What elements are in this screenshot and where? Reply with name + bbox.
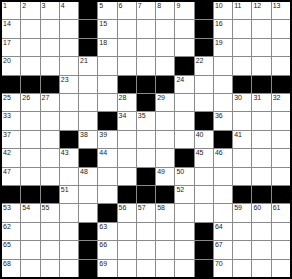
white-cell-r6c4[interactable]	[60, 94, 78, 111]
clue-number-10: 10	[215, 2, 223, 10]
white-cell-r3c3[interactable]	[41, 39, 59, 56]
white-cell-r13c1[interactable]: 62	[2, 223, 20, 240]
white-cell-r7c9[interactable]	[156, 112, 174, 129]
white-cell-r9c12[interactable]: 46	[214, 149, 232, 166]
white-cell-r14c9[interactable]	[156, 241, 174, 258]
white-cell-r4c6[interactable]	[98, 57, 116, 74]
white-cell-r6c5[interactable]	[79, 94, 97, 111]
white-cell-r14c15[interactable]	[272, 241, 290, 258]
clue-number-16: 16	[215, 20, 223, 28]
black-cell-r11c1	[2, 186, 20, 203]
white-cell-r1c8[interactable]: 7	[137, 2, 155, 19]
white-cell-r8c8[interactable]	[137, 131, 155, 148]
white-cell-r15c1[interactable]: 68	[2, 260, 20, 277]
white-cell-r10c7[interactable]	[118, 168, 136, 185]
white-cell-r10c1[interactable]: 47	[2, 168, 20, 185]
white-cell-r2c7[interactable]	[118, 20, 136, 37]
black-cell-r15c5	[79, 260, 97, 277]
clue-number-46: 46	[215, 149, 223, 157]
clue-number-17: 17	[3, 39, 11, 47]
white-cell-r2c1[interactable]: 14	[2, 20, 20, 37]
clue-number-49: 49	[157, 168, 165, 176]
white-cell-r2c8[interactable]	[137, 20, 155, 37]
white-cell-r9c6[interactable]: 44	[98, 149, 116, 166]
white-cell-r8c11[interactable]: 40	[195, 131, 213, 148]
clue-number-67: 67	[215, 241, 223, 249]
clue-number-69: 69	[99, 260, 107, 268]
clue-number-6: 6	[119, 2, 123, 10]
clue-number-50: 50	[176, 168, 184, 176]
white-cell-r2c6[interactable]: 15	[98, 20, 116, 37]
white-cell-r1c7[interactable]: 6	[118, 2, 136, 19]
white-cell-r9c7[interactable]	[118, 149, 136, 166]
white-cell-r5c6[interactable]	[98, 76, 116, 93]
clue-number-66: 66	[99, 241, 107, 249]
white-cell-r8c10[interactable]	[175, 131, 193, 148]
clue-number-29: 29	[157, 94, 165, 102]
white-cell-r9c3[interactable]	[41, 149, 59, 166]
black-cell-r6c8	[137, 94, 155, 111]
white-cell-r4c2[interactable]	[21, 57, 39, 74]
white-cell-r7c1[interactable]: 33	[2, 112, 20, 129]
clue-number-4: 4	[61, 2, 65, 10]
clue-number-9: 9	[176, 2, 180, 10]
white-cell-r14c4[interactable]	[60, 241, 78, 258]
white-cell-r12c2[interactable]: 54	[21, 204, 39, 221]
white-cell-r8c1[interactable]: 37	[2, 131, 20, 148]
white-cell-r3c15[interactable]	[272, 39, 290, 56]
white-cell-r2c13[interactable]	[233, 20, 251, 37]
white-cell-r14c13[interactable]	[233, 241, 251, 258]
white-cell-r14c3[interactable]	[41, 241, 59, 258]
white-cell-r3c9[interactable]	[156, 39, 174, 56]
clue-number-60: 60	[253, 204, 261, 212]
white-cell-r11c11[interactable]	[195, 186, 213, 203]
white-cell-r6c14[interactable]: 31	[252, 94, 270, 111]
black-cell-r11c13	[233, 186, 251, 203]
white-cell-r9c2[interactable]	[21, 149, 39, 166]
clue-number-57: 57	[138, 204, 146, 212]
black-cell-r5c2	[21, 76, 39, 93]
white-cell-r10c9[interactable]: 49	[156, 168, 174, 185]
clue-number-19: 19	[215, 39, 223, 47]
white-cell-r10c11[interactable]	[195, 168, 213, 185]
white-cell-r9c15[interactable]	[272, 149, 290, 166]
clue-number-8: 8	[157, 2, 161, 10]
clue-number-53: 53	[3, 204, 11, 212]
white-cell-r4c7[interactable]	[118, 57, 136, 74]
white-cell-r12c3[interactable]: 55	[41, 204, 59, 221]
white-cell-r4c5[interactable]: 21	[79, 57, 97, 74]
white-cell-r12c1[interactable]: 53	[2, 204, 20, 221]
white-cell-r14c14[interactable]	[252, 241, 270, 258]
black-cell-r11c8	[137, 186, 155, 203]
white-cell-r10c5[interactable]: 48	[79, 168, 97, 185]
white-cell-r5c4[interactable]: 23	[60, 76, 78, 93]
white-cell-r12c4[interactable]	[60, 204, 78, 221]
white-cell-r15c7[interactable]	[118, 260, 136, 277]
white-cell-r9c11[interactable]: 45	[195, 149, 213, 166]
white-cell-r13c3[interactable]	[41, 223, 59, 240]
white-cell-r12c12[interactable]	[214, 204, 232, 221]
black-cell-r12c6	[98, 204, 116, 221]
black-cell-r10c8	[137, 168, 155, 185]
black-cell-r14c11	[195, 241, 213, 258]
white-cell-r6c10[interactable]	[175, 94, 193, 111]
white-cell-r4c8[interactable]	[137, 57, 155, 74]
black-cell-r15c11	[195, 260, 213, 277]
white-cell-r4c9[interactable]	[156, 57, 174, 74]
clue-number-62: 62	[3, 223, 11, 231]
white-cell-r7c15[interactable]	[272, 112, 290, 129]
white-cell-r10c13[interactable]	[233, 168, 251, 185]
black-cell-r13c11	[195, 223, 213, 240]
white-cell-r13c8[interactable]	[137, 223, 155, 240]
clue-number-52: 52	[176, 186, 184, 194]
white-cell-r10c4[interactable]	[60, 168, 78, 185]
white-cell-r3c8[interactable]	[137, 39, 155, 56]
white-cell-r11c6[interactable]	[98, 186, 116, 203]
black-cell-r13c5	[79, 223, 97, 240]
white-cell-r12c11[interactable]	[195, 204, 213, 221]
white-cell-r8c14[interactable]	[252, 131, 270, 148]
white-cell-r7c2[interactable]	[21, 112, 39, 129]
white-cell-r10c3[interactable]	[41, 168, 59, 185]
clue-number-12: 12	[253, 2, 261, 10]
white-cell-r1c6[interactable]: 5	[98, 2, 116, 19]
black-cell-r11c7	[118, 186, 136, 203]
white-cell-r8c15[interactable]	[272, 131, 290, 148]
white-cell-r14c10[interactable]	[175, 241, 193, 258]
white-cell-r12c9[interactable]: 58	[156, 204, 174, 221]
white-cell-r4c3[interactable]	[41, 57, 59, 74]
white-cell-r13c9[interactable]	[156, 223, 174, 240]
clue-number-15: 15	[99, 20, 107, 28]
clue-number-58: 58	[157, 204, 165, 212]
white-cell-r7c8[interactable]: 35	[137, 112, 155, 129]
clue-number-54: 54	[22, 204, 30, 212]
white-cell-r14c1[interactable]: 65	[2, 241, 20, 258]
white-cell-r15c15[interactable]	[272, 260, 290, 277]
black-cell-r5c14	[252, 76, 270, 93]
black-cell-r5c1	[2, 76, 20, 93]
white-cell-r8c9[interactable]	[156, 131, 174, 148]
black-cell-r11c15	[272, 186, 290, 203]
white-cell-r9c13[interactable]	[233, 149, 251, 166]
white-cell-r5c11[interactable]	[195, 76, 213, 93]
white-cell-r1c14[interactable]: 12	[252, 2, 270, 19]
white-cell-r12c13[interactable]: 59	[233, 204, 251, 221]
black-cell-r2c5	[79, 20, 97, 37]
clue-number-31: 31	[253, 94, 261, 102]
crossword-board: 1234567891011121314151617181920212223242…	[0, 0, 292, 279]
clue-number-28: 28	[119, 94, 127, 102]
white-cell-r4c4[interactable]	[60, 57, 78, 74]
white-cell-r3c2[interactable]	[21, 39, 39, 56]
black-cell-r9c5	[79, 149, 97, 166]
white-cell-r13c12[interactable]: 64	[214, 223, 232, 240]
clue-number-42: 42	[3, 149, 11, 157]
white-cell-r10c10[interactable]: 50	[175, 168, 193, 185]
black-cell-r5c15	[272, 76, 290, 93]
white-cell-r11c5[interactable]	[79, 186, 97, 203]
white-cell-r13c15[interactable]	[272, 223, 290, 240]
clue-number-36: 36	[215, 112, 223, 120]
white-cell-r8c6[interactable]: 39	[98, 131, 116, 148]
white-cell-r6c1[interactable]: 25	[2, 94, 20, 111]
black-cell-r9c10	[175, 149, 193, 166]
white-cell-r14c7[interactable]	[118, 241, 136, 258]
clue-number-34: 34	[119, 112, 127, 120]
white-cell-r14c6[interactable]: 66	[98, 241, 116, 258]
white-cell-r7c4[interactable]	[60, 112, 78, 129]
clue-number-11: 11	[234, 2, 241, 10]
clue-number-24: 24	[176, 76, 184, 84]
white-cell-r12c8[interactable]: 57	[137, 204, 155, 221]
clue-number-27: 27	[42, 94, 50, 102]
white-cell-r1c13[interactable]: 11	[233, 2, 251, 19]
clue-number-45: 45	[196, 149, 204, 157]
white-cell-r8c2[interactable]	[21, 131, 39, 148]
white-cell-r14c12[interactable]: 67	[214, 241, 232, 258]
black-cell-r8c12	[214, 131, 232, 148]
black-cell-r7c11	[195, 112, 213, 129]
white-cell-r2c15[interactable]	[272, 20, 290, 37]
white-cell-r2c3[interactable]	[41, 20, 59, 37]
white-cell-r3c4[interactable]	[60, 39, 78, 56]
clue-number-21: 21	[80, 57, 88, 65]
white-cell-r15c13[interactable]	[233, 260, 251, 277]
white-cell-r5c5[interactable]	[79, 76, 97, 93]
clue-number-14: 14	[3, 20, 11, 28]
white-cell-r10c2[interactable]	[21, 168, 39, 185]
white-cell-r4c14[interactable]	[252, 57, 270, 74]
white-cell-r9c4[interactable]: 43	[60, 149, 78, 166]
white-cell-r10c15[interactable]	[272, 168, 290, 185]
white-cell-r4c13[interactable]	[233, 57, 251, 74]
black-cell-r5c9	[156, 76, 174, 93]
white-cell-r7c13[interactable]	[233, 112, 251, 129]
white-cell-r12c15[interactable]: 61	[272, 204, 290, 221]
white-cell-r7c7[interactable]: 34	[118, 112, 136, 129]
white-cell-r15c14[interactable]	[252, 260, 270, 277]
white-cell-r13c2[interactable]	[21, 223, 39, 240]
white-cell-r6c9[interactable]: 29	[156, 94, 174, 111]
white-cell-r15c9[interactable]	[156, 260, 174, 277]
white-cell-r1c12[interactable]: 10	[214, 2, 232, 19]
white-cell-r2c10[interactable]	[175, 20, 193, 37]
clue-number-7: 7	[138, 2, 142, 10]
white-cell-r9c8[interactable]	[137, 149, 155, 166]
clue-number-65: 65	[3, 241, 11, 249]
black-cell-r14c5	[79, 241, 97, 258]
white-cell-r8c3[interactable]	[41, 131, 59, 148]
white-cell-r4c12[interactable]	[214, 57, 232, 74]
black-cell-r7c6	[98, 112, 116, 129]
clue-number-26: 26	[22, 94, 30, 102]
black-cell-r11c2	[21, 186, 39, 203]
clue-number-22: 22	[196, 57, 204, 65]
black-cell-r11c3	[41, 186, 59, 203]
clue-number-18: 18	[99, 39, 107, 47]
white-cell-r13c6[interactable]: 63	[98, 223, 116, 240]
white-cell-r6c11[interactable]	[195, 94, 213, 111]
white-cell-r3c13[interactable]	[233, 39, 251, 56]
clue-number-3: 3	[42, 2, 46, 10]
clue-number-48: 48	[80, 168, 88, 176]
white-cell-r12c10[interactable]	[175, 204, 193, 221]
white-cell-r6c3[interactable]: 27	[41, 94, 59, 111]
white-cell-r14c8[interactable]	[137, 241, 155, 258]
clue-number-33: 33	[3, 112, 11, 120]
white-cell-r3c12[interactable]: 19	[214, 39, 232, 56]
white-cell-r3c7[interactable]	[118, 39, 136, 56]
clue-number-64: 64	[215, 223, 223, 231]
white-cell-r3c1[interactable]: 17	[2, 39, 20, 56]
white-cell-r7c12[interactable]: 36	[214, 112, 232, 129]
white-cell-r2c12[interactable]: 16	[214, 20, 232, 37]
black-cell-r8c4	[60, 131, 78, 148]
white-cell-r3c10[interactable]	[175, 39, 193, 56]
white-cell-r5c12[interactable]	[214, 76, 232, 93]
clue-number-35: 35	[138, 112, 146, 120]
clue-number-20: 20	[3, 57, 11, 65]
white-cell-r7c5[interactable]	[79, 112, 97, 129]
white-cell-r9c9[interactable]	[156, 149, 174, 166]
white-cell-r6c13[interactable]: 30	[233, 94, 251, 111]
white-cell-r14c2[interactable]	[21, 241, 39, 258]
white-cell-r7c14[interactable]	[252, 112, 270, 129]
clue-number-70: 70	[215, 260, 223, 268]
white-cell-r2c9[interactable]	[156, 20, 174, 37]
black-cell-r1c11	[195, 2, 213, 19]
white-cell-r10c6[interactable]	[98, 168, 116, 185]
white-cell-r6c12[interactable]	[214, 94, 232, 111]
white-cell-r1c10[interactable]: 9	[175, 2, 193, 19]
clue-number-44: 44	[99, 149, 107, 157]
black-cell-r1c5	[79, 2, 97, 19]
white-cell-r2c2[interactable]	[21, 20, 39, 37]
clue-number-30: 30	[234, 94, 242, 102]
clue-number-32: 32	[273, 94, 281, 102]
white-cell-r13c4[interactable]	[60, 223, 78, 240]
white-cell-r12c5[interactable]	[79, 204, 97, 221]
white-cell-r2c4[interactable]	[60, 20, 78, 37]
white-cell-r11c10[interactable]: 52	[175, 186, 193, 203]
white-cell-r5c10[interactable]: 24	[175, 76, 193, 93]
clue-number-1: 1	[3, 2, 7, 10]
white-cell-r6c15[interactable]: 32	[272, 94, 290, 111]
white-cell-r8c13[interactable]: 41	[233, 131, 251, 148]
white-cell-r1c9[interactable]: 8	[156, 2, 174, 19]
white-cell-r13c10[interactable]	[175, 223, 193, 240]
white-cell-r1c1[interactable]: 1	[2, 2, 20, 19]
black-cell-r4c10	[175, 57, 193, 74]
clue-number-61: 61	[273, 204, 281, 212]
clue-number-38: 38	[80, 131, 88, 139]
clue-number-63: 63	[99, 223, 107, 231]
white-cell-r4c1[interactable]: 20	[2, 57, 20, 74]
white-cell-r1c2[interactable]: 2	[21, 2, 39, 19]
black-cell-r11c9	[156, 186, 174, 203]
clue-number-43: 43	[61, 149, 69, 157]
white-cell-r6c7[interactable]: 28	[118, 94, 136, 111]
clue-number-2: 2	[22, 2, 26, 10]
white-cell-r15c4[interactable]	[60, 260, 78, 277]
black-cell-r5c3	[41, 76, 59, 93]
white-cell-r15c8[interactable]	[137, 260, 155, 277]
black-cell-r5c7	[118, 76, 136, 93]
white-cell-r1c4[interactable]: 4	[60, 2, 78, 19]
clue-number-25: 25	[3, 94, 11, 102]
white-cell-r3c14[interactable]	[252, 39, 270, 56]
black-cell-r5c13	[233, 76, 251, 93]
white-cell-r10c14[interactable]	[252, 168, 270, 185]
black-cell-r3c5	[79, 39, 97, 56]
clue-number-37: 37	[3, 131, 11, 139]
white-cell-r7c3[interactable]	[41, 112, 59, 129]
white-cell-r13c7[interactable]	[118, 223, 136, 240]
clue-number-59: 59	[234, 204, 242, 212]
white-cell-r15c2[interactable]	[21, 260, 39, 277]
white-cell-r4c15[interactable]	[272, 57, 290, 74]
black-cell-r3c11	[195, 39, 213, 56]
clue-number-23: 23	[61, 76, 69, 84]
clue-number-56: 56	[119, 204, 127, 212]
black-cell-r11c14	[252, 186, 270, 203]
white-cell-r7c10[interactable]	[175, 112, 193, 129]
white-cell-r12c14[interactable]: 60	[252, 204, 270, 221]
white-cell-r3c6[interactable]: 18	[98, 39, 116, 56]
white-cell-r4c11[interactable]: 22	[195, 57, 213, 74]
black-cell-r2c11	[195, 20, 213, 37]
white-cell-r9c1[interactable]: 42	[2, 149, 20, 166]
black-cell-r5c8	[137, 76, 155, 93]
clue-number-51: 51	[61, 186, 69, 194]
white-cell-r13c13[interactable]	[233, 223, 251, 240]
white-cell-r15c12[interactable]: 70	[214, 260, 232, 277]
clue-number-40: 40	[196, 131, 204, 139]
white-cell-r15c6[interactable]: 69	[98, 260, 116, 277]
white-cell-r10c12[interactable]	[214, 168, 232, 185]
clue-number-39: 39	[99, 131, 107, 139]
white-cell-r13c14[interactable]	[252, 223, 270, 240]
white-cell-r6c2[interactable]: 26	[21, 94, 39, 111]
white-cell-r8c5[interactable]: 38	[79, 131, 97, 148]
white-cell-r11c12[interactable]	[214, 186, 232, 203]
white-cell-r6c6[interactable]	[98, 94, 116, 111]
white-cell-r15c3[interactable]	[41, 260, 59, 277]
white-cell-r2c14[interactable]	[252, 20, 270, 37]
white-cell-r11c4[interactable]: 51	[60, 186, 78, 203]
clue-number-41: 41	[234, 131, 242, 139]
white-cell-r12c7[interactable]: 56	[118, 204, 136, 221]
white-cell-r15c10[interactable]	[175, 260, 193, 277]
clue-number-55: 55	[42, 204, 50, 212]
clue-number-13: 13	[273, 2, 281, 10]
clue-number-5: 5	[99, 2, 103, 10]
white-cell-r8c7[interactable]	[118, 131, 136, 148]
clue-number-47: 47	[3, 168, 11, 176]
white-cell-r1c15[interactable]: 13	[272, 2, 290, 19]
white-cell-r1c3[interactable]: 3	[41, 2, 59, 19]
white-cell-r9c14[interactable]	[252, 149, 270, 166]
clue-number-68: 68	[3, 260, 11, 268]
